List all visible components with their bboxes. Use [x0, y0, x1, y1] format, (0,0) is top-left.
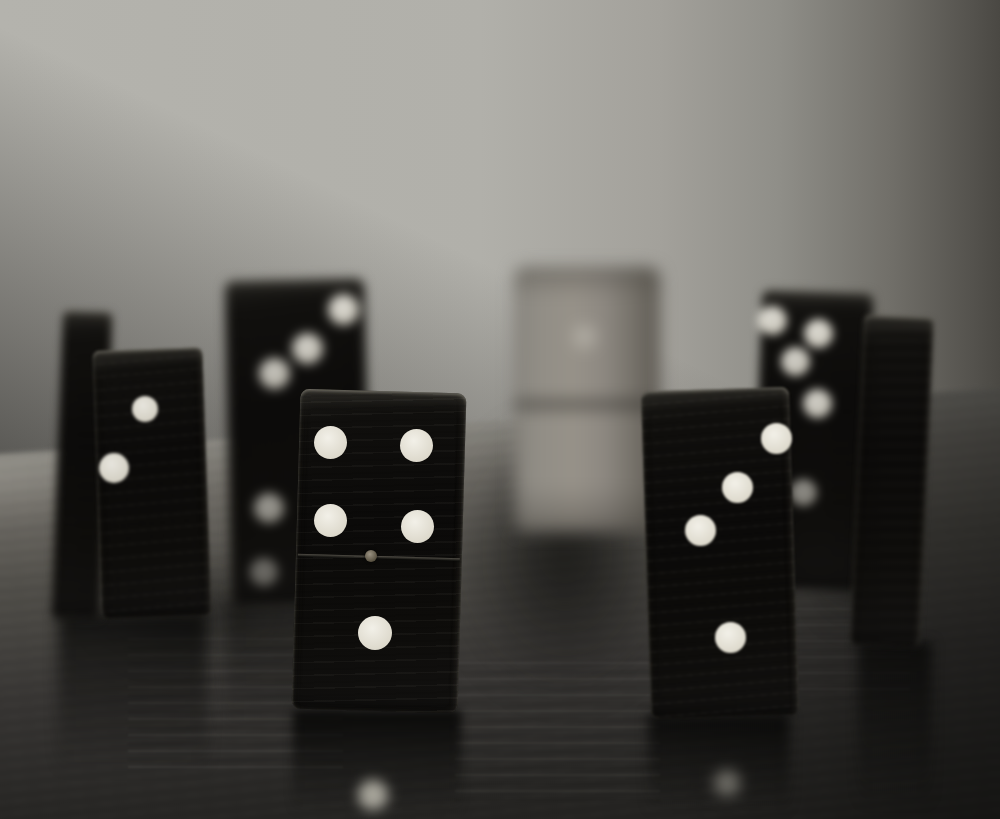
- domino-layer-right-back: [0, 0, 1000, 819]
- pip: [99, 453, 129, 483]
- pip: [400, 429, 433, 462]
- pip: [715, 622, 746, 653]
- pip: [259, 358, 290, 389]
- pip: [573, 325, 597, 349]
- pip: [781, 347, 810, 376]
- domino-layer-left: [0, 0, 1000, 819]
- pip: [803, 389, 832, 418]
- domino-tile-right-back: [752, 289, 874, 591]
- domino-tile-far-right: [850, 315, 934, 648]
- domino-layer-left-back: [0, 0, 1000, 819]
- domino-tile-left-back: [225, 278, 372, 607]
- photo-dominoes-circle: [0, 0, 1000, 819]
- domino-tile-center-back-gray: [514, 267, 660, 532]
- domino-layer-far-right: [0, 0, 1000, 819]
- pip: [328, 294, 359, 325]
- pip: [314, 426, 347, 459]
- pip: [254, 493, 284, 523]
- domino-tile-center-front: [292, 389, 467, 714]
- domino-layer: [0, 0, 1000, 819]
- pip: [804, 319, 833, 348]
- pip: [358, 616, 392, 650]
- domino-tile-left: [92, 347, 211, 619]
- divider-line: [297, 554, 460, 562]
- domino-layer-far-left: [0, 0, 1000, 819]
- pip: [401, 510, 434, 543]
- pip: [790, 479, 817, 506]
- pip: [132, 396, 158, 422]
- domino-layer-center-back-gray: [0, 0, 1000, 819]
- pip: [685, 515, 716, 546]
- domino-tile-far-left: [51, 310, 113, 620]
- back-seam: [514, 400, 660, 409]
- spinner-pin: [365, 550, 377, 562]
- domino-layer-right-center: [0, 0, 1000, 819]
- pip: [761, 423, 792, 454]
- pip: [250, 558, 278, 586]
- pip: [314, 504, 347, 537]
- domino-tile-right-center: [641, 387, 799, 719]
- pip: [722, 472, 753, 503]
- domino-layer-center-front: [0, 0, 1000, 819]
- pip: [292, 333, 323, 364]
- pip: [758, 306, 787, 335]
